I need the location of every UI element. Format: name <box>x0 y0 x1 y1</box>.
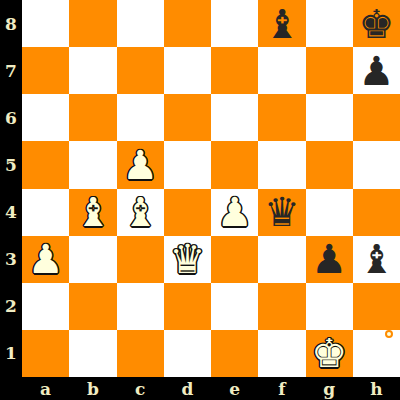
square-b4[interactable]: ♝ <box>69 189 116 236</box>
square-a7[interactable] <box>22 47 69 94</box>
black-pawn-g3[interactable]: ♟ <box>311 239 347 279</box>
square-d1[interactable] <box>164 330 211 377</box>
square-h3[interactable]: ♝ <box>353 236 400 283</box>
file-label-a: a <box>22 377 69 400</box>
square-b5[interactable] <box>69 141 116 188</box>
black-pawn-h7[interactable]: ♟ <box>358 51 394 91</box>
square-c4[interactable]: ♝ <box>117 189 164 236</box>
square-c6[interactable] <box>117 94 164 141</box>
square-g7[interactable] <box>306 47 353 94</box>
square-f1[interactable] <box>258 330 305 377</box>
file-label-b: b <box>69 377 116 400</box>
square-b2[interactable] <box>69 283 116 330</box>
rank-labels: 87654321 <box>0 0 22 377</box>
square-g1[interactable]: ♚ <box>306 330 353 377</box>
black-king-h8[interactable]: ♚ <box>358 4 394 44</box>
square-e3[interactable] <box>211 236 258 283</box>
square-g2[interactable] <box>306 283 353 330</box>
square-e1[interactable] <box>211 330 258 377</box>
square-b3[interactable] <box>69 236 116 283</box>
square-a2[interactable] <box>22 283 69 330</box>
white-queen-d3[interactable]: ♛ <box>169 239 205 279</box>
file-label-f: f <box>258 377 305 400</box>
white-pawn-a3[interactable]: ♟ <box>28 239 64 279</box>
rank-label-4: 4 <box>0 189 22 236</box>
file-label-c: c <box>117 377 164 400</box>
square-d8[interactable] <box>164 0 211 47</box>
square-a4[interactable] <box>22 189 69 236</box>
square-c3[interactable] <box>117 236 164 283</box>
file-labels: abcdefgh <box>22 377 400 400</box>
square-c2[interactable] <box>117 283 164 330</box>
white-pawn-c5[interactable]: ♟ <box>122 145 158 185</box>
square-e5[interactable] <box>211 141 258 188</box>
square-d7[interactable] <box>164 47 211 94</box>
square-d6[interactable] <box>164 94 211 141</box>
square-c1[interactable] <box>117 330 164 377</box>
square-h7[interactable]: ♟ <box>353 47 400 94</box>
rank-label-5: 5 <box>0 141 22 188</box>
square-h2[interactable] <box>353 283 400 330</box>
white-king-g1[interactable]: ♚ <box>311 333 347 373</box>
square-d2[interactable] <box>164 283 211 330</box>
rank-label-7: 7 <box>0 47 22 94</box>
white-bishop-b4[interactable]: ♝ <box>75 192 111 232</box>
file-label-h: h <box>353 377 400 400</box>
square-f6[interactable] <box>258 94 305 141</box>
square-b1[interactable] <box>69 330 116 377</box>
black-bishop-f8[interactable]: ♝ <box>264 4 300 44</box>
square-d3[interactable]: ♛ <box>164 236 211 283</box>
square-g6[interactable] <box>306 94 353 141</box>
board[interactable]: ♝♚♟♟♝♝♟♛♟♛♟♝♚ <box>22 0 400 377</box>
white-bishop-c4[interactable]: ♝ <box>122 192 158 232</box>
square-g5[interactable] <box>306 141 353 188</box>
square-e6[interactable] <box>211 94 258 141</box>
rank-label-8: 8 <box>0 0 22 47</box>
file-label-e: e <box>211 377 258 400</box>
black-queen-f4[interactable]: ♛ <box>264 192 300 232</box>
square-b7[interactable] <box>69 47 116 94</box>
square-e4[interactable]: ♟ <box>211 189 258 236</box>
square-c5[interactable]: ♟ <box>117 141 164 188</box>
rank-label-2: 2 <box>0 283 22 330</box>
square-c8[interactable] <box>117 0 164 47</box>
square-f4[interactable]: ♛ <box>258 189 305 236</box>
square-e2[interactable] <box>211 283 258 330</box>
square-f7[interactable] <box>258 47 305 94</box>
square-f5[interactable] <box>258 141 305 188</box>
rank-label-1: 1 <box>0 330 22 377</box>
square-e8[interactable] <box>211 0 258 47</box>
square-a6[interactable] <box>22 94 69 141</box>
square-f2[interactable] <box>258 283 305 330</box>
rank-label-6: 6 <box>0 94 22 141</box>
black-bishop-h3[interactable]: ♝ <box>358 239 394 279</box>
rank-label-3: 3 <box>0 236 22 283</box>
square-e7[interactable] <box>211 47 258 94</box>
square-f8[interactable]: ♝ <box>258 0 305 47</box>
white-pawn-e4[interactable]: ♟ <box>217 192 253 232</box>
square-h4[interactable] <box>353 189 400 236</box>
square-h1[interactable] <box>353 330 400 377</box>
square-b8[interactable] <box>69 0 116 47</box>
square-d4[interactable] <box>164 189 211 236</box>
square-h5[interactable] <box>353 141 400 188</box>
square-g8[interactable] <box>306 0 353 47</box>
square-d5[interactable] <box>164 141 211 188</box>
file-label-g: g <box>306 377 353 400</box>
square-a1[interactable] <box>22 330 69 377</box>
square-g4[interactable] <box>306 189 353 236</box>
square-a8[interactable] <box>22 0 69 47</box>
square-g3[interactable]: ♟ <box>306 236 353 283</box>
square-h8[interactable]: ♚ <box>353 0 400 47</box>
file-label-d: d <box>164 377 211 400</box>
square-a5[interactable] <box>22 141 69 188</box>
chess-board-diagram: 87654321 ♝♚♟♟♝♝♟♛♟♛♟♝♚ abcdefgh <box>0 0 400 400</box>
square-f3[interactable] <box>258 236 305 283</box>
white-to-move-indicator <box>385 330 393 338</box>
square-c7[interactable] <box>117 47 164 94</box>
square-h6[interactable] <box>353 94 400 141</box>
square-a3[interactable]: ♟ <box>22 236 69 283</box>
square-b6[interactable] <box>69 94 116 141</box>
